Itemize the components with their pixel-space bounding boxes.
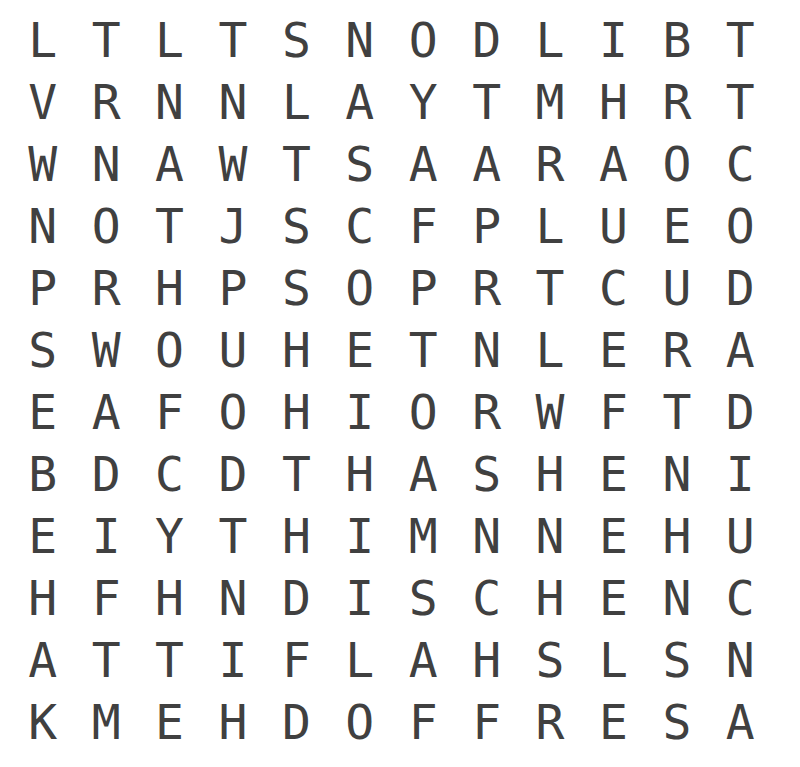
grid-cell[interactable]: O	[74, 195, 137, 257]
grid-cell[interactable]: O	[392, 9, 455, 71]
grid-cell[interactable]: N	[201, 71, 264, 133]
grid-cell[interactable]: C	[455, 567, 518, 629]
grid-cell[interactable]: R	[645, 319, 708, 381]
grid-cell[interactable]: H	[265, 319, 328, 381]
grid-cell[interactable]: H	[265, 505, 328, 567]
grid-cell[interactable]: N	[455, 319, 518, 381]
grid-cell[interactable]: D	[709, 381, 772, 443]
grid-cell[interactable]: C	[709, 567, 772, 629]
grid-cell[interactable]: F	[582, 381, 645, 443]
grid-cell[interactable]: F	[265, 629, 328, 691]
grid-cell[interactable]: N	[201, 567, 264, 629]
grid-cell[interactable]: I	[709, 443, 772, 505]
grid-cell[interactable]: E	[582, 691, 645, 753]
grid-cell[interactable]: U	[645, 257, 708, 319]
grid-cell[interactable]: P	[11, 257, 74, 319]
grid-cell[interactable]: H	[328, 443, 391, 505]
grid-cell[interactable]: L	[518, 319, 581, 381]
grid-cell[interactable]: H	[138, 257, 201, 319]
grid-cell[interactable]: T	[201, 9, 264, 71]
grid-cell[interactable]: L	[582, 629, 645, 691]
grid-cell[interactable]: T	[265, 443, 328, 505]
grid-cell[interactable]: N	[11, 195, 74, 257]
grid-cell[interactable]: T	[709, 9, 772, 71]
grid-cell[interactable]: H	[11, 567, 74, 629]
grid-cell[interactable]: D	[455, 9, 518, 71]
grid-cell[interactable]: S	[392, 567, 455, 629]
grid-cell[interactable]: U	[709, 505, 772, 567]
grid-cell[interactable]: D	[201, 443, 264, 505]
grid-cell[interactable]: E	[11, 381, 74, 443]
grid-cell[interactable]: T	[138, 629, 201, 691]
grid-cell[interactable]: S	[518, 629, 581, 691]
grid-cell[interactable]: C	[328, 195, 391, 257]
grid-cell[interactable]: H	[518, 567, 581, 629]
grid-cell[interactable]: I	[328, 567, 391, 629]
grid-cell[interactable]: V	[11, 71, 74, 133]
grid-cell[interactable]: O	[328, 691, 391, 753]
grid-cell[interactable]: R	[74, 257, 137, 319]
grid-cell[interactable]: A	[11, 629, 74, 691]
grid-cell[interactable]: L	[265, 71, 328, 133]
grid-cell[interactable]: F	[138, 381, 201, 443]
grid-cell[interactable]: N	[709, 629, 772, 691]
grid-cell[interactable]: T	[138, 195, 201, 257]
grid-cell[interactable]: L	[11, 9, 74, 71]
grid-cell[interactable]: O	[138, 319, 201, 381]
grid-cell[interactable]: E	[645, 195, 708, 257]
grid-cell[interactable]: N	[455, 505, 518, 567]
grid-cell[interactable]: H	[645, 505, 708, 567]
grid-cell[interactable]: D	[265, 691, 328, 753]
grid-cell[interactable]: W	[11, 133, 74, 195]
grid-cell[interactable]: H	[518, 443, 581, 505]
grid-cell[interactable]: E	[582, 443, 645, 505]
grid-cell[interactable]: B	[11, 443, 74, 505]
grid-cell[interactable]: Y	[138, 505, 201, 567]
grid-cell[interactable]: T	[518, 257, 581, 319]
grid-cell[interactable]: I	[74, 505, 137, 567]
grid-cell[interactable]: T	[392, 319, 455, 381]
grid-cell[interactable]: R	[74, 71, 137, 133]
grid-cell[interactable]: F	[392, 195, 455, 257]
grid-cell[interactable]: R	[518, 691, 581, 753]
grid-cell[interactable]: L	[138, 9, 201, 71]
grid-cell[interactable]: E	[582, 319, 645, 381]
grid-cell[interactable]: A	[74, 381, 137, 443]
grid-cell[interactable]: H	[201, 691, 264, 753]
grid-cell[interactable]: H	[265, 381, 328, 443]
grid-cell[interactable]: I	[582, 9, 645, 71]
grid-cell[interactable]: M	[392, 505, 455, 567]
grid-cell[interactable]: N	[74, 133, 137, 195]
grid-cell[interactable]: N	[645, 567, 708, 629]
grid-cell[interactable]: N	[138, 71, 201, 133]
grid-cell[interactable]: D	[74, 443, 137, 505]
grid-cell[interactable]: A	[709, 691, 772, 753]
grid-cell[interactable]: S	[328, 133, 391, 195]
grid-cell[interactable]: L	[518, 9, 581, 71]
grid-cell[interactable]: A	[582, 133, 645, 195]
grid-cell[interactable]: I	[328, 505, 391, 567]
grid-cell[interactable]: O	[201, 381, 264, 443]
grid-cell[interactable]: P	[455, 195, 518, 257]
grid-cell[interactable]: T	[265, 133, 328, 195]
grid-cell[interactable]: C	[709, 133, 772, 195]
grid-cell[interactable]: W	[201, 133, 264, 195]
grid-cell[interactable]: R	[518, 133, 581, 195]
grid-cell[interactable]: N	[518, 505, 581, 567]
grid-cell[interactable]: M	[518, 71, 581, 133]
grid-cell[interactable]: L	[518, 195, 581, 257]
grid-cell[interactable]: R	[645, 71, 708, 133]
grid-cell[interactable]: H	[455, 629, 518, 691]
grid-cell[interactable]: S	[11, 319, 74, 381]
grid-cell[interactable]: F	[392, 691, 455, 753]
grid-cell[interactable]: A	[455, 133, 518, 195]
grid-cell[interactable]: A	[328, 71, 391, 133]
grid-cell[interactable]: O	[392, 381, 455, 443]
grid-cell[interactable]: H	[582, 71, 645, 133]
grid-cell[interactable]: S	[645, 629, 708, 691]
grid-cell[interactable]: A	[709, 319, 772, 381]
grid-cell[interactable]: E	[11, 505, 74, 567]
grid-cell[interactable]: E	[138, 691, 201, 753]
grid-cell[interactable]: D	[709, 257, 772, 319]
grid-cell[interactable]: R	[455, 257, 518, 319]
grid-cell[interactable]: A	[392, 629, 455, 691]
grid-cell[interactable]: S	[265, 195, 328, 257]
grid-cell[interactable]: U	[582, 195, 645, 257]
grid-cell[interactable]: W	[74, 319, 137, 381]
grid-cell[interactable]: T	[645, 381, 708, 443]
grid-cell[interactable]: I	[328, 381, 391, 443]
grid-cell[interactable]: W	[518, 381, 581, 443]
grid-cell[interactable]: P	[392, 257, 455, 319]
grid-cell[interactable]: S	[455, 443, 518, 505]
grid-cell[interactable]: L	[328, 629, 391, 691]
grid-cell[interactable]: E	[582, 505, 645, 567]
grid-cell[interactable]: K	[11, 691, 74, 753]
letter-grid: LTLTSNODLIBTVRNNLAYTMHRTWNAWTSAARAOCNOTJ…	[11, 9, 772, 753]
grid-cell[interactable]: T	[455, 71, 518, 133]
grid-cell[interactable]: F	[74, 567, 137, 629]
grid-cell[interactable]: F	[455, 691, 518, 753]
grid-cell[interactable]: T	[74, 9, 137, 71]
grid-cell[interactable]: T	[201, 505, 264, 567]
grid-cell[interactable]: A	[392, 133, 455, 195]
grid-cell[interactable]: B	[645, 9, 708, 71]
grid-cell[interactable]: C	[582, 257, 645, 319]
grid-cell[interactable]: Y	[392, 71, 455, 133]
grid-cell[interactable]: H	[138, 567, 201, 629]
grid-cell[interactable]: S	[645, 691, 708, 753]
grid-cell[interactable]: E	[328, 319, 391, 381]
grid-cell[interactable]: I	[201, 629, 264, 691]
grid-cell[interactable]: O	[328, 257, 391, 319]
grid-cell[interactable]: D	[265, 567, 328, 629]
grid-cell[interactable]: N	[645, 443, 708, 505]
grid-cell[interactable]: E	[582, 567, 645, 629]
grid-cell[interactable]: O	[645, 133, 708, 195]
grid-cell[interactable]: C	[138, 443, 201, 505]
grid-cell[interactable]: N	[328, 9, 391, 71]
grid-cell[interactable]: A	[138, 133, 201, 195]
grid-cell[interactable]: S	[265, 257, 328, 319]
grid-cell[interactable]: O	[709, 195, 772, 257]
grid-cell[interactable]: T	[709, 71, 772, 133]
grid-cell[interactable]: A	[392, 443, 455, 505]
grid-cell[interactable]: P	[201, 257, 264, 319]
grid-cell[interactable]: M	[74, 691, 137, 753]
grid-cell[interactable]: J	[201, 195, 264, 257]
grid-cell[interactable]: R	[455, 381, 518, 443]
word-search-board: LTLTSNODLIBTVRNNLAYTMHRTWNAWTSAARAOCNOTJ…	[11, 9, 772, 753]
grid-cell[interactable]: T	[74, 629, 137, 691]
grid-cell[interactable]: U	[201, 319, 264, 381]
grid-cell[interactable]: S	[265, 9, 328, 71]
